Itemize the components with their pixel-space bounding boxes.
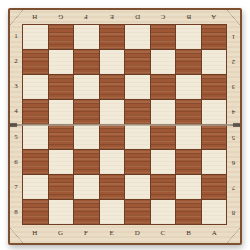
square-h2[interactable] (23, 50, 48, 74)
file-label-bottom-e: E (99, 226, 125, 241)
rank-label-right-4: 4 (228, 99, 239, 124)
square-e1[interactable] (100, 25, 125, 49)
square-d6[interactable] (125, 150, 150, 174)
square-c7[interactable] (151, 175, 176, 199)
square-a8[interactable] (202, 200, 227, 224)
square-b3[interactable] (176, 75, 201, 99)
square-c4[interactable] (151, 100, 176, 124)
rank-label-left-8: 8 (11, 200, 21, 225)
square-a5[interactable] (202, 125, 227, 149)
square-h7[interactable] (23, 175, 48, 199)
square-d4[interactable] (125, 100, 150, 124)
square-a7[interactable] (202, 175, 227, 199)
square-f4[interactable] (74, 100, 99, 124)
rank-label-left-5: 5 (11, 125, 21, 150)
rank-label-right-8: 8 (228, 200, 239, 225)
square-c3[interactable] (151, 75, 176, 99)
file-label-bottom-g: G (48, 226, 74, 241)
file-label-bottom-f: F (73, 226, 99, 241)
square-g4[interactable] (49, 100, 74, 124)
square-c5[interactable] (151, 125, 176, 149)
fold-hinge-right (233, 123, 240, 127)
file-label-bottom-d: D (125, 226, 151, 241)
square-d3[interactable] (125, 75, 150, 99)
square-f5[interactable] (74, 125, 99, 149)
rank-label-left-4: 4 (11, 99, 21, 124)
square-h3[interactable] (23, 75, 48, 99)
square-g5[interactable] (49, 125, 74, 149)
square-c2[interactable] (151, 50, 176, 74)
rank-label-right-7: 7 (228, 175, 239, 200)
square-e6[interactable] (100, 150, 125, 174)
square-g7[interactable] (49, 175, 74, 199)
square-a4[interactable] (202, 100, 227, 124)
square-e7[interactable] (100, 175, 125, 199)
square-g3[interactable] (49, 75, 74, 99)
file-label-bottom-c: C (150, 226, 176, 241)
square-b4[interactable] (176, 100, 201, 124)
rank-label-right-2: 2 (228, 49, 239, 74)
rank-label-right-1: 1 (228, 24, 239, 49)
rank-label-right-5: 5 (228, 125, 239, 150)
file-label-bottom-b: B (176, 226, 202, 241)
square-e5[interactable] (100, 125, 125, 149)
file-label-top-c: C (150, 11, 176, 23)
square-a3[interactable] (202, 75, 227, 99)
product-photo: HGFEDCBA HGFEDCBA 12345678 12345678 (0, 0, 250, 250)
square-b5[interactable] (176, 125, 201, 149)
file-label-bottom-a: A (201, 226, 227, 241)
file-label-top-a: A (201, 11, 227, 23)
square-d7[interactable] (125, 175, 150, 199)
square-b7[interactable] (176, 175, 201, 199)
rank-label-right-3: 3 (228, 74, 239, 99)
square-g1[interactable] (49, 25, 74, 49)
rank-label-right-6: 6 (228, 150, 239, 175)
square-g6[interactable] (49, 150, 74, 174)
square-h6[interactable] (23, 150, 48, 174)
frame-miter-bottom-right (227, 228, 240, 243)
rank-label-left-6: 6 (11, 150, 21, 175)
file-labels-top: HGFEDCBA (22, 11, 227, 23)
square-c1[interactable] (151, 25, 176, 49)
square-b8[interactable] (176, 200, 201, 224)
rank-label-left-7: 7 (11, 175, 21, 200)
square-f6[interactable] (74, 150, 99, 174)
square-c8[interactable] (151, 200, 176, 224)
square-e8[interactable] (100, 200, 125, 224)
square-g2[interactable] (49, 50, 74, 74)
square-e2[interactable] (100, 50, 125, 74)
square-b1[interactable] (176, 25, 201, 49)
square-c6[interactable] (151, 150, 176, 174)
square-b2[interactable] (176, 50, 201, 74)
file-label-top-e: E (99, 11, 125, 23)
fold-hinge-left (10, 123, 17, 127)
square-e3[interactable] (100, 75, 125, 99)
square-e4[interactable] (100, 100, 125, 124)
file-label-top-h: H (22, 11, 48, 23)
square-f2[interactable] (74, 50, 99, 74)
fold-seam (10, 124, 240, 126)
square-a6[interactable] (202, 150, 227, 174)
file-labels-bottom: HGFEDCBA (22, 226, 227, 241)
square-b6[interactable] (176, 150, 201, 174)
square-f1[interactable] (74, 25, 99, 49)
square-h5[interactable] (23, 125, 48, 149)
rank-label-left-3: 3 (11, 74, 21, 99)
frame-miter-top-right (227, 10, 240, 25)
square-g8[interactable] (49, 200, 74, 224)
square-f8[interactable] (74, 200, 99, 224)
file-label-top-f: F (73, 11, 99, 23)
rank-label-left-2: 2 (11, 49, 21, 74)
square-d5[interactable] (125, 125, 150, 149)
square-h4[interactable] (23, 100, 48, 124)
square-a1[interactable] (202, 25, 227, 49)
chess-board: HGFEDCBA HGFEDCBA 12345678 12345678 (8, 8, 242, 245)
file-label-bottom-h: H (22, 226, 48, 241)
file-label-top-b: B (176, 11, 202, 23)
square-a2[interactable] (202, 50, 227, 74)
square-h1[interactable] (23, 25, 48, 49)
square-d1[interactable] (125, 25, 150, 49)
square-d2[interactable] (125, 50, 150, 74)
square-h8[interactable] (23, 200, 48, 224)
file-label-top-g: G (48, 11, 74, 23)
square-d8[interactable] (125, 200, 150, 224)
square-f7[interactable] (74, 175, 99, 199)
file-label-top-d: D (125, 11, 151, 23)
square-f3[interactable] (74, 75, 99, 99)
rank-label-left-1: 1 (11, 24, 21, 49)
